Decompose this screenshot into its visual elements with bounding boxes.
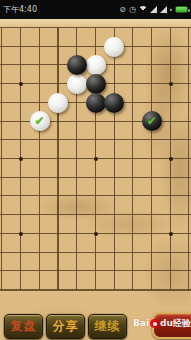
game-board[interactable]: ✔✔ — [0, 19, 191, 299]
star-point — [169, 82, 173, 86]
replay-button[interactable]: 复盘 — [4, 314, 43, 339]
share-button[interactable]: 分享 — [46, 314, 85, 339]
clock-time: 下午4:40 — [3, 0, 37, 19]
star-point — [19, 232, 23, 236]
white-stone: ✔ — [30, 111, 50, 131]
wifi-icon — [139, 6, 147, 14]
notification-dot-icon — [170, 9, 172, 11]
watermark-text-left: Bai — [133, 318, 149, 328]
watermark-text-right: du经验 — [160, 317, 191, 330]
app-screen: 下午4:40 ⊘ ◷ ✔✔ 复盘 分享 继续 Bai du经验 — [0, 0, 191, 340]
black-stone — [86, 93, 106, 113]
continue-button[interactable]: 继续 — [88, 314, 127, 339]
mute-icon: ⊘ — [119, 6, 126, 14]
status-icons: ⊘ ◷ — [119, 6, 188, 14]
star-point — [19, 157, 23, 161]
baidu-paw-logo-icon — [150, 319, 159, 328]
white-stone — [86, 55, 106, 75]
star-point — [169, 157, 173, 161]
star-point — [169, 232, 173, 236]
last-move-check-icon: ✔ — [35, 115, 45, 127]
board-area: ✔✔ 复盘 分享 继续 Bai du经验 — [0, 19, 191, 340]
white-stone — [67, 74, 87, 94]
clock-icon: ◷ — [129, 6, 136, 14]
watermark: Bai du经验 — [133, 316, 191, 330]
signal-icon — [150, 6, 157, 13]
signal-icon-2 — [160, 6, 167, 13]
battery-icon — [175, 6, 188, 13]
star-point — [19, 82, 23, 86]
star-point — [94, 157, 98, 161]
last-move-check-icon: ✔ — [147, 115, 157, 127]
status-bar: 下午4:40 ⊘ ◷ — [0, 0, 191, 19]
white-stone — [48, 93, 68, 113]
black-stone — [86, 74, 106, 94]
white-stone — [104, 37, 124, 57]
star-point — [94, 232, 98, 236]
